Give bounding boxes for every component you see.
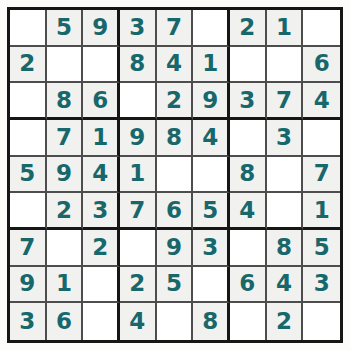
cell-r6c3-given: 3 [83,193,120,230]
cell-r7c4-empty[interactable] [120,230,157,267]
cell-r5c8-empty[interactable] [267,157,304,194]
cell-r2c2-empty[interactable] [47,47,84,84]
cell-r2c8-empty[interactable] [267,47,304,84]
cell-r1c8-given: 1 [267,10,304,47]
cell-r1c2-given: 5 [47,10,84,47]
cell-r4c9-empty[interactable] [303,120,340,157]
cell-r9c3-empty[interactable] [83,303,120,340]
cell-r3c7-given: 3 [230,83,267,120]
cell-r5c1-given: 5 [10,157,47,194]
cell-r8c5-given: 5 [157,267,194,304]
cell-r2c7-empty[interactable] [230,47,267,84]
cell-r3c3-given: 6 [83,83,120,120]
cell-r9c9-empty[interactable] [303,303,340,340]
cell-r5c7-given: 8 [230,157,267,194]
cell-r2c3-empty[interactable] [83,47,120,84]
cell-r6c8-empty[interactable] [267,193,304,230]
cell-r7c9-given: 5 [303,230,340,267]
cell-r1c9-empty[interactable] [303,10,340,47]
cell-r9c4-given: 4 [120,303,157,340]
cell-r8c4-given: 2 [120,267,157,304]
cell-r4c2-given: 7 [47,120,84,157]
cell-r7c3-given: 2 [83,230,120,267]
cell-r9c1-given: 3 [10,303,47,340]
cell-r1c7-given: 2 [230,10,267,47]
cell-r8c6-empty[interactable] [193,267,230,304]
cell-r9c6-given: 8 [193,303,230,340]
cell-r7c7-empty[interactable] [230,230,267,267]
cell-r5c9-given: 7 [303,157,340,194]
cell-r2c4-given: 8 [120,47,157,84]
cell-r1c3-given: 9 [83,10,120,47]
cell-r9c5-empty[interactable] [157,303,194,340]
cell-r7c8-given: 8 [267,230,304,267]
cell-r1c5-given: 7 [157,10,194,47]
cell-r1c4-given: 3 [120,10,157,47]
cell-r8c8-given: 4 [267,267,304,304]
cell-r3c5-given: 2 [157,83,194,120]
cell-r6c2-given: 2 [47,193,84,230]
cell-r5c5-empty[interactable] [157,157,194,194]
cell-r2c5-given: 4 [157,47,194,84]
cell-r5c3-given: 4 [83,157,120,194]
cell-r3c1-empty[interactable] [10,83,47,120]
cell-r3c4-empty[interactable] [120,83,157,120]
cell-r7c6-given: 3 [193,230,230,267]
cell-r2c9-given: 6 [303,47,340,84]
cell-r4c1-empty[interactable] [10,120,47,157]
cell-r9c7-empty[interactable] [230,303,267,340]
cell-r8c1-given: 9 [10,267,47,304]
cell-r1c6-empty[interactable] [193,10,230,47]
cell-r4c8-given: 3 [267,120,304,157]
cell-r3c9-given: 4 [303,83,340,120]
cell-r3c8-given: 7 [267,83,304,120]
cell-r6c5-given: 6 [157,193,194,230]
cell-r5c4-given: 1 [120,157,157,194]
cell-r8c9-given: 3 [303,267,340,304]
cell-r7c2-empty[interactable] [47,230,84,267]
cell-r7c1-given: 7 [10,230,47,267]
cell-r4c5-given: 8 [157,120,194,157]
cell-r8c2-given: 1 [47,267,84,304]
cell-r6c4-given: 7 [120,193,157,230]
cell-r6c6-given: 5 [193,193,230,230]
cell-r2c1-given: 2 [10,47,47,84]
cell-r4c6-given: 4 [193,120,230,157]
cell-r6c9-given: 1 [303,193,340,230]
cell-r5c2-given: 9 [47,157,84,194]
cell-r8c3-empty[interactable] [83,267,120,304]
sudoku-board: 5937212841686293747198435941872376541729… [7,7,343,343]
cell-r4c7-empty[interactable] [230,120,267,157]
cell-r4c3-given: 1 [83,120,120,157]
cell-r8c7-given: 6 [230,267,267,304]
cell-r7c5-given: 9 [157,230,194,267]
cell-r4c4-given: 9 [120,120,157,157]
sudoku-page: 5937212841686293747198435941872376541729… [0,0,350,350]
cell-r5c6-empty[interactable] [193,157,230,194]
cell-r3c6-given: 9 [193,83,230,120]
cell-r9c8-given: 2 [267,303,304,340]
cell-r1c1-empty[interactable] [10,10,47,47]
cell-r6c7-given: 4 [230,193,267,230]
cell-r2c6-given: 1 [193,47,230,84]
cell-r3c2-given: 8 [47,83,84,120]
cell-r9c2-given: 6 [47,303,84,340]
cell-r6c1-empty[interactable] [10,193,47,230]
